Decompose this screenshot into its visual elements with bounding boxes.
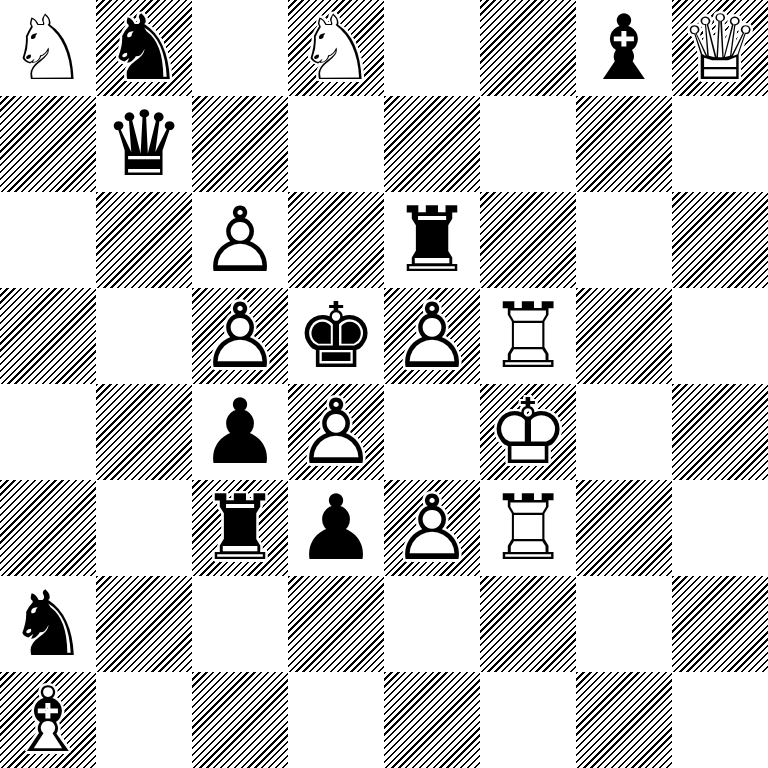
- square-h3[interactable]: [672, 480, 768, 576]
- square-f5[interactable]: ♜♖: [480, 288, 576, 384]
- square-b5[interactable]: [96, 288, 192, 384]
- square-c6[interactable]: ♟♙: [192, 192, 288, 288]
- square-c3[interactable]: ♜♜: [192, 480, 288, 576]
- square-h1[interactable]: [672, 672, 768, 768]
- square-e1[interactable]: [384, 672, 480, 768]
- white-pawn-c5[interactable]: ♟♙: [192, 288, 288, 384]
- square-g6[interactable]: [576, 192, 672, 288]
- square-c8[interactable]: [192, 0, 288, 96]
- square-d8[interactable]: ♞♘: [288, 0, 384, 96]
- square-a6[interactable]: [0, 192, 96, 288]
- square-b1[interactable]: [96, 672, 192, 768]
- white-knight-d8[interactable]: ♞♘: [288, 0, 384, 96]
- square-g5[interactable]: [576, 288, 672, 384]
- white-queen-h8[interactable]: ♛♕: [672, 0, 768, 96]
- white-pawn-icon: ♙: [192, 192, 288, 288]
- black-pawn-d3[interactable]: ♟♟: [288, 480, 384, 576]
- black-knight-icon: ♞: [96, 0, 192, 96]
- white-knight-a8[interactable]: ♞♘: [0, 0, 96, 96]
- square-d2[interactable]: [288, 576, 384, 672]
- square-d3[interactable]: ♟♟: [288, 480, 384, 576]
- white-knight-icon: ♘: [0, 0, 96, 96]
- black-pawn-c4[interactable]: ♟♟: [192, 384, 288, 480]
- square-e6[interactable]: ♜♜: [384, 192, 480, 288]
- square-a7[interactable]: [0, 96, 96, 192]
- square-e8[interactable]: [384, 0, 480, 96]
- black-rook-c3[interactable]: ♜♜: [192, 480, 288, 576]
- white-pawn-d4[interactable]: ♟♙: [288, 384, 384, 480]
- square-d6[interactable]: [288, 192, 384, 288]
- white-bishop-icon: ♗: [0, 672, 96, 768]
- square-b4[interactable]: [96, 384, 192, 480]
- white-pawn-icon: ♙: [384, 480, 480, 576]
- square-f2[interactable]: [480, 576, 576, 672]
- white-knight-icon: ♘: [288, 0, 384, 96]
- chess-diagram: ♞♘♞♞♞♘♝♝♛♕♛♛♟♙♜♜♟♙♚♚♟♙♜♖♟♟♟♙♚♔♜♜♟♟♟♙♜♖♞♞…: [0, 0, 768, 768]
- square-g1[interactable]: [576, 672, 672, 768]
- white-pawn-icon: ♙: [384, 288, 480, 384]
- black-bishop-g8[interactable]: ♝♝: [576, 0, 672, 96]
- black-rook-e6[interactable]: ♜♜: [384, 192, 480, 288]
- square-a5[interactable]: [0, 288, 96, 384]
- square-h5[interactable]: [672, 288, 768, 384]
- white-bishop-a1[interactable]: ♝♗: [0, 672, 96, 768]
- square-f7[interactable]: [480, 96, 576, 192]
- white-pawn-icon: ♙: [192, 288, 288, 384]
- black-bishop-icon: ♝: [576, 0, 672, 96]
- square-g7[interactable]: [576, 96, 672, 192]
- square-h7[interactable]: [672, 96, 768, 192]
- white-pawn-e5[interactable]: ♟♙: [384, 288, 480, 384]
- black-pawn-icon: ♟: [288, 480, 384, 576]
- square-f3[interactable]: ♜♖: [480, 480, 576, 576]
- square-f4[interactable]: ♚♔: [480, 384, 576, 480]
- white-queen-icon: ♕: [672, 0, 768, 96]
- square-h6[interactable]: [672, 192, 768, 288]
- square-c5[interactable]: ♟♙: [192, 288, 288, 384]
- black-pawn-icon: ♟: [192, 384, 288, 480]
- black-queen-icon: ♛: [96, 96, 192, 192]
- square-g3[interactable]: [576, 480, 672, 576]
- square-d7[interactable]: [288, 96, 384, 192]
- black-rook-icon: ♜: [384, 192, 480, 288]
- square-c7[interactable]: [192, 96, 288, 192]
- square-e7[interactable]: [384, 96, 480, 192]
- square-c4[interactable]: ♟♟: [192, 384, 288, 480]
- black-knight-icon: ♞: [0, 576, 96, 672]
- square-e5[interactable]: ♟♙: [384, 288, 480, 384]
- square-b3[interactable]: [96, 480, 192, 576]
- square-b6[interactable]: [96, 192, 192, 288]
- square-a8[interactable]: ♞♘: [0, 0, 96, 96]
- square-d4[interactable]: ♟♙: [288, 384, 384, 480]
- square-g4[interactable]: [576, 384, 672, 480]
- square-h8[interactable]: ♛♕: [672, 0, 768, 96]
- white-pawn-e3[interactable]: ♟♙: [384, 480, 480, 576]
- square-c2[interactable]: [192, 576, 288, 672]
- square-a2[interactable]: ♞♞: [0, 576, 96, 672]
- square-f1[interactable]: [480, 672, 576, 768]
- square-f6[interactable]: [480, 192, 576, 288]
- square-f8[interactable]: [480, 0, 576, 96]
- square-a3[interactable]: [0, 480, 96, 576]
- square-h4[interactable]: [672, 384, 768, 480]
- square-d1[interactable]: [288, 672, 384, 768]
- white-pawn-c6[interactable]: ♟♙: [192, 192, 288, 288]
- square-e4[interactable]: [384, 384, 480, 480]
- square-b7[interactable]: ♛♛: [96, 96, 192, 192]
- black-knight-a2[interactable]: ♞♞: [0, 576, 96, 672]
- chessboard-grid: ♞♘♞♞♞♘♝♝♛♕♛♛♟♙♜♜♟♙♚♚♟♙♜♖♟♟♟♙♚♔♜♜♟♟♟♙♜♖♞♞…: [0, 0, 768, 768]
- square-g2[interactable]: [576, 576, 672, 672]
- black-rook-icon: ♜: [192, 480, 288, 576]
- square-a4[interactable]: [0, 384, 96, 480]
- square-h2[interactable]: [672, 576, 768, 672]
- white-rook-f5[interactable]: ♜♖: [480, 288, 576, 384]
- white-pawn-icon: ♙: [288, 384, 384, 480]
- black-knight-b8[interactable]: ♞♞: [96, 0, 192, 96]
- black-king-icon: ♚: [288, 288, 384, 384]
- square-a1[interactable]: ♝♗: [0, 672, 96, 768]
- square-e2[interactable]: [384, 576, 480, 672]
- square-d5[interactable]: ♚♚: [288, 288, 384, 384]
- black-king-d5[interactable]: ♚♚: [288, 288, 384, 384]
- white-rook-f3[interactable]: ♜♖: [480, 480, 576, 576]
- white-king-f4[interactable]: ♚♔: [480, 384, 576, 480]
- white-rook-icon: ♖: [480, 288, 576, 384]
- black-queen-b7[interactable]: ♛♛: [96, 96, 192, 192]
- square-g8[interactable]: ♝♝: [576, 0, 672, 96]
- white-king-icon: ♔: [480, 384, 576, 480]
- square-e3[interactable]: ♟♙: [384, 480, 480, 576]
- square-c1[interactable]: [192, 672, 288, 768]
- white-rook-icon: ♖: [480, 480, 576, 576]
- square-b8[interactable]: ♞♞: [96, 0, 192, 96]
- square-b2[interactable]: [96, 576, 192, 672]
